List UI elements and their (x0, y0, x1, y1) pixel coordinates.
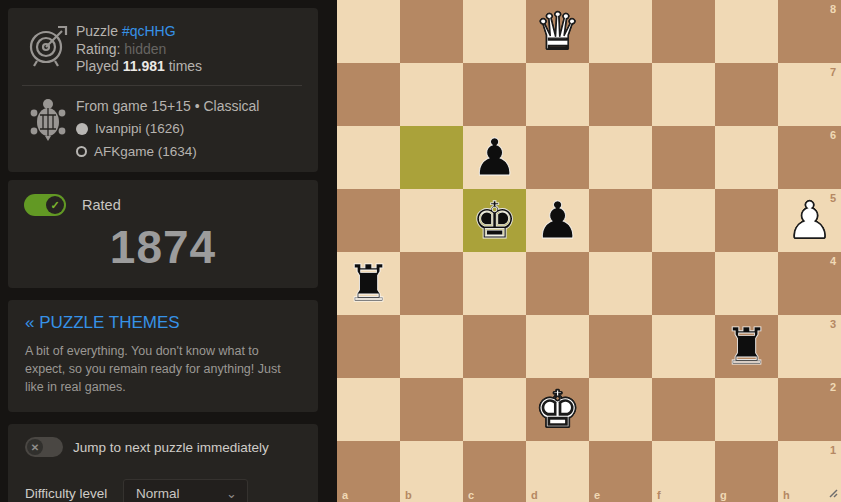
file-label-c: c (468, 489, 474, 501)
square-g6[interactable] (715, 126, 778, 189)
player-black-name: Ivanpipi (1626) (95, 120, 184, 138)
check-icon: ✓ (46, 196, 64, 214)
rating-box: ✓ Rated 1874 (8, 180, 318, 288)
piece-white-queen-d8[interactable]: ♛ (535, 0, 581, 63)
square-g8[interactable] (715, 0, 778, 63)
piece-black-pawn-c6[interactable]: ♟ (472, 126, 518, 189)
square-e7[interactable] (589, 63, 652, 126)
puzzle-id-line: Puzzle #qcHHG (76, 23, 202, 41)
from-game-label: From game 15+15 • Classical (76, 98, 259, 116)
piece-black-rook-g3[interactable]: ♜ (724, 315, 770, 378)
rating-hidden-value: hidden (124, 41, 166, 57)
square-h2[interactable]: 2 (778, 378, 841, 441)
square-c1[interactable]: c (463, 441, 526, 502)
square-b7[interactable] (400, 63, 463, 126)
puzzle-info-box: Puzzle #qcHHG Rating: hidden Played 11.9… (8, 8, 318, 172)
square-a1[interactable]: a (337, 441, 400, 502)
square-d6[interactable] (526, 126, 589, 189)
square-f2[interactable] (652, 378, 715, 441)
puzzle-label: Puzzle (76, 23, 122, 39)
chevron-down-icon: ⌄ (226, 487, 237, 500)
square-g7[interactable] (715, 63, 778, 126)
square-e5[interactable] (589, 189, 652, 252)
rating-label: Rating: (76, 41, 124, 57)
divider (22, 85, 302, 86)
player-black[interactable]: Ivanpipi (1626) (76, 120, 259, 138)
difficulty-value: Normal (136, 486, 180, 501)
square-g1[interactable]: g (715, 441, 778, 502)
square-h4[interactable]: 4 (778, 252, 841, 315)
puzzle-page: Puzzle #qcHHG Rating: hidden Played 11.9… (0, 0, 841, 502)
square-a4[interactable]: ♜ (337, 252, 400, 315)
square-b4[interactable] (400, 252, 463, 315)
square-a3[interactable] (337, 315, 400, 378)
piece-black-king-c5[interactable]: ♚ (472, 189, 518, 252)
square-d7[interactable] (526, 63, 589, 126)
square-c8[interactable] (463, 0, 526, 63)
file-label-h: h (783, 489, 790, 501)
rated-label: Rated (82, 197, 121, 213)
rated-toggle[interactable]: ✓ (24, 194, 66, 216)
square-a5[interactable] (337, 189, 400, 252)
file-label-a: a (342, 489, 348, 501)
themes-box: « PUZZLE THEMES A bit of everything. You… (8, 300, 318, 412)
rank-label-3: 3 (830, 318, 836, 330)
jump-toggle[interactable]: ✕ (25, 437, 63, 457)
square-g5[interactable] (715, 189, 778, 252)
square-f6[interactable] (652, 126, 715, 189)
cross-icon: ✕ (27, 439, 43, 455)
square-c3[interactable] (463, 315, 526, 378)
square-f7[interactable] (652, 63, 715, 126)
square-f3[interactable] (652, 315, 715, 378)
square-b8[interactable] (400, 0, 463, 63)
played-count: 11.981 (123, 58, 165, 74)
difficulty-label: Difficulty level (25, 486, 123, 501)
square-h3[interactable]: 3 (778, 315, 841, 378)
sidebar: Puzzle #qcHHG Rating: hidden Played 11.9… (8, 8, 318, 502)
square-a8[interactable] (337, 0, 400, 63)
player-white[interactable]: AFKgame (1634) (76, 143, 259, 161)
played-suffix: times (165, 58, 202, 74)
square-e2[interactable] (589, 378, 652, 441)
square-g2[interactable] (715, 378, 778, 441)
square-e6[interactable] (589, 126, 652, 189)
file-label-g: g (720, 489, 727, 501)
square-c7[interactable] (463, 63, 526, 126)
square-f5[interactable] (652, 189, 715, 252)
square-c6[interactable]: ♟ (463, 126, 526, 189)
player-white-name: AFKgame (1634) (94, 143, 197, 161)
piece-black-rook-a4[interactable]: ♜ (346, 252, 392, 315)
square-a7[interactable] (337, 63, 400, 126)
square-f4[interactable] (652, 252, 715, 315)
square-c5[interactable]: ♚ (463, 189, 526, 252)
square-h7[interactable]: 7 (778, 63, 841, 126)
puzzle-played-line: Played 11.981 times (76, 58, 202, 76)
square-d3[interactable] (526, 315, 589, 378)
puzzle-id-link[interactable]: #qcHHG (122, 23, 176, 39)
square-h6[interactable]: 6 (778, 126, 841, 189)
rank-label-6: 6 (830, 129, 836, 141)
square-d2[interactable]: ♚ (526, 378, 589, 441)
square-g3[interactable]: ♜ (715, 315, 778, 378)
chess-board[interactable]: ♛87♟6♚♟♟5♜4♜3♚2abcdefg1h (337, 0, 841, 502)
square-g4[interactable] (715, 252, 778, 315)
settings-box: ✕ Jump to next puzzle immediately Diffic… (8, 424, 318, 502)
file-label-f: f (657, 489, 661, 501)
square-c4[interactable] (463, 252, 526, 315)
rank-label-7: 7 (830, 66, 836, 78)
square-d1[interactable]: d (526, 441, 589, 502)
piece-white-pawn-h5[interactable]: ♟ (787, 189, 833, 252)
file-label-d: d (531, 489, 538, 501)
square-h8[interactable]: 8 (778, 0, 841, 63)
piece-black-pawn-d5[interactable]: ♟ (535, 189, 581, 252)
square-f8[interactable] (652, 0, 715, 63)
square-b3[interactable] (400, 315, 463, 378)
square-a2[interactable] (337, 378, 400, 441)
square-b6[interactable] (400, 126, 463, 189)
piece-white-king-d2[interactable]: ♚ (535, 378, 581, 441)
square-e3[interactable] (589, 315, 652, 378)
square-f1[interactable]: f (652, 441, 715, 502)
square-h5[interactable]: ♟5 (778, 189, 841, 252)
file-label-b: b (405, 489, 412, 501)
rank-label-2: 2 (830, 381, 836, 393)
square-a6[interactable] (337, 126, 400, 189)
square-c2[interactable] (463, 378, 526, 441)
square-d8[interactable]: ♛ (526, 0, 589, 63)
jump-label: Jump to next puzzle immediately (73, 440, 269, 455)
square-e1[interactable]: e (589, 441, 652, 502)
difficulty-select[interactable]: Normal ⌄ (123, 479, 248, 502)
square-d4[interactable] (526, 252, 589, 315)
square-b5[interactable] (400, 189, 463, 252)
rank-label-1: 1 (830, 444, 836, 456)
square-b1[interactable]: b (400, 441, 463, 502)
board-resize-grip[interactable] (826, 486, 838, 498)
themes-description: A bit of everything. You don't know what… (25, 342, 301, 396)
white-piece-icon (76, 146, 87, 157)
square-d5[interactable]: ♟ (526, 189, 589, 252)
user-puzzle-rating: 1874 (24, 220, 302, 274)
turtle-icon (20, 95, 76, 141)
rank-label-8: 8 (830, 3, 836, 15)
played-prefix: Played (76, 58, 123, 74)
square-b2[interactable] (400, 378, 463, 441)
square-e4[interactable] (589, 252, 652, 315)
puzzle-themes-link[interactable]: « PUZZLE THEMES (25, 313, 180, 333)
rank-label-4: 4 (830, 255, 836, 267)
black-piece-icon (76, 123, 88, 135)
file-label-e: e (594, 489, 600, 501)
target-icon (20, 20, 76, 68)
square-e8[interactable] (589, 0, 652, 63)
puzzle-rating-line: Rating: hidden (76, 41, 202, 59)
